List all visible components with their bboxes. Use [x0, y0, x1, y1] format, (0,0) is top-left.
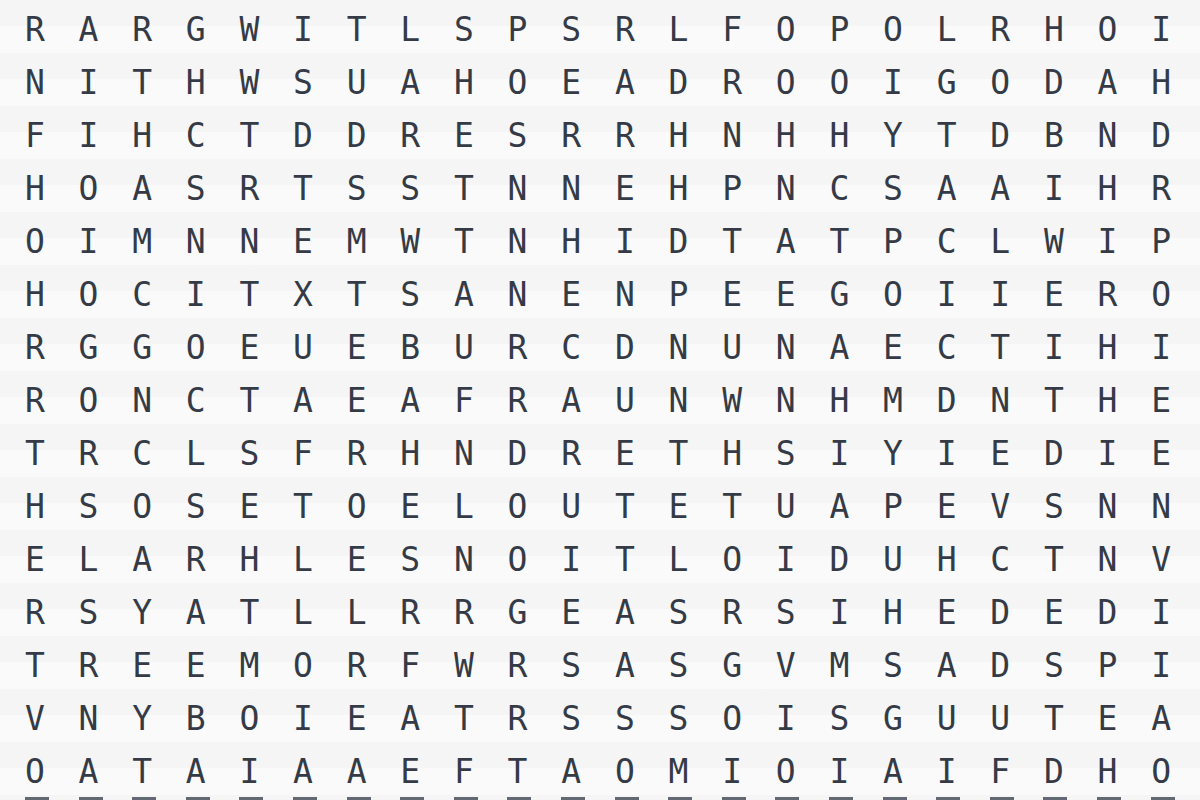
grid-cell[interactable]: H [223, 533, 277, 586]
grid-cell[interactable]: O [8, 215, 62, 268]
grid-cell[interactable]: S [544, 639, 598, 692]
grid-cell[interactable]: D [1081, 586, 1135, 639]
grid-cell[interactable]: R [544, 427, 598, 480]
grid-cell[interactable]: O [223, 692, 277, 745]
grid-cell[interactable]: T [1027, 374, 1081, 427]
grid-cell[interactable]: L [276, 586, 330, 639]
grid-cell[interactable]: O [330, 480, 384, 533]
grid-cell[interactable]: Y [866, 109, 920, 162]
grid-cell[interactable]: L [62, 533, 116, 586]
grid-cell[interactable]: A [973, 162, 1027, 215]
grid-cell[interactable]: C [169, 374, 223, 427]
grid-cell[interactable]: P [866, 480, 920, 533]
grid-cell[interactable]: I [598, 215, 652, 268]
grid-cell[interactable]: H [920, 533, 974, 586]
grid-cell[interactable]: I [1134, 3, 1188, 56]
grid-cell[interactable]: E [115, 639, 169, 692]
grid-cell[interactable]: D [652, 56, 706, 109]
grid-cell[interactable]: S [1027, 639, 1081, 692]
grid-cell[interactable]: R [491, 374, 545, 427]
grid-cell[interactable]: I [920, 427, 974, 480]
grid-cell[interactable]: L [652, 533, 706, 586]
grid-cell[interactable]: E [223, 480, 277, 533]
grid-cell[interactable]: S [813, 692, 867, 745]
grid-cell[interactable]: L [169, 427, 223, 480]
grid-cell[interactable]: E [598, 162, 652, 215]
grid-cell[interactable]: H [1081, 321, 1135, 374]
grid-cell[interactable]: I [1134, 586, 1188, 639]
grid-cell[interactable]: U [437, 321, 491, 374]
grid-cell[interactable]: I [920, 268, 974, 321]
grid-cell[interactable]: C [973, 533, 1027, 586]
grid-cell[interactable]: T [223, 109, 277, 162]
grid-cell[interactable]: N [1081, 480, 1135, 533]
grid-cell[interactable]: E [330, 692, 384, 745]
grid-cell[interactable]: R [8, 3, 62, 56]
grid-cell[interactable]: S [383, 268, 437, 321]
grid-cell[interactable]: N [544, 162, 598, 215]
grid-cell[interactable]: P [705, 162, 759, 215]
grid-cell[interactable]: O [115, 480, 169, 533]
grid-cell[interactable]: H [1134, 56, 1188, 109]
grid-cell[interactable]: R [8, 321, 62, 374]
grid-cell[interactable]: N [1134, 480, 1188, 533]
grid-cell[interactable]: C [920, 215, 974, 268]
grid-cell[interactable]: A [383, 374, 437, 427]
grid-cell[interactable]: I [1027, 321, 1081, 374]
grid-cell[interactable]: F [8, 109, 62, 162]
grid-cell[interactable]: I [1134, 321, 1188, 374]
grid-cell[interactable]: D [920, 374, 974, 427]
grid-cell[interactable]: I [1081, 427, 1135, 480]
grid-cell[interactable]: E [544, 268, 598, 321]
grid-cell[interactable]: Y [866, 427, 920, 480]
grid-cell[interactable]: L [383, 3, 437, 56]
grid-cell[interactable]: G [115, 321, 169, 374]
grid-cell[interactable]: A [759, 215, 813, 268]
grid-cell[interactable]: D [1134, 109, 1188, 162]
grid-cell[interactable]: B [169, 692, 223, 745]
grid-cell[interactable]: O [62, 268, 116, 321]
grid-cell[interactable]: R [1081, 268, 1135, 321]
grid-cell[interactable]: E [1134, 427, 1188, 480]
grid-cell[interactable]: E [383, 480, 437, 533]
grid-cell[interactable]: G [169, 3, 223, 56]
grid-cell[interactable]: R [491, 692, 545, 745]
grid-cell[interactable]: T [920, 109, 974, 162]
grid-cell[interactable]: D [813, 533, 867, 586]
grid-cell[interactable]: O [813, 56, 867, 109]
grid-cell[interactable]: O [1134, 268, 1188, 321]
grid-cell[interactable]: T [705, 215, 759, 268]
grid-cell[interactable]: A [383, 692, 437, 745]
grid-cell[interactable]: H [115, 109, 169, 162]
grid-cell[interactable]: R [705, 56, 759, 109]
grid-cell[interactable]: A [598, 586, 652, 639]
grid-cell[interactable]: C [813, 162, 867, 215]
grid-cell[interactable]: O [598, 745, 652, 798]
grid-cell[interactable]: F [276, 427, 330, 480]
grid-cell[interactable]: S [652, 692, 706, 745]
grid-cell[interactable]: N [759, 374, 813, 427]
grid-cell[interactable]: I [276, 3, 330, 56]
grid-cell[interactable]: E [223, 321, 277, 374]
grid-cell[interactable]: G [491, 586, 545, 639]
grid-cell[interactable]: R [491, 321, 545, 374]
grid-cell[interactable]: S [544, 692, 598, 745]
grid-cell[interactable]: O [759, 56, 813, 109]
grid-cell[interactable]: U [920, 692, 974, 745]
grid-cell[interactable]: I [973, 268, 1027, 321]
grid-cell[interactable]: R [437, 586, 491, 639]
grid-cell[interactable]: O [491, 56, 545, 109]
grid-cell[interactable]: N [705, 109, 759, 162]
grid-cell[interactable]: V [1134, 533, 1188, 586]
grid-cell[interactable]: E [276, 215, 330, 268]
grid-cell[interactable]: N [491, 268, 545, 321]
grid-cell[interactable]: A [437, 268, 491, 321]
grid-cell[interactable]: D [1027, 427, 1081, 480]
grid-cell[interactable]: F [437, 745, 491, 798]
grid-cell[interactable]: V [759, 639, 813, 692]
grid-cell[interactable]: I [1081, 215, 1135, 268]
grid-cell[interactable]: W [437, 639, 491, 692]
grid-cell[interactable]: A [62, 3, 116, 56]
grid-cell[interactable]: H [813, 109, 867, 162]
grid-cell[interactable]: A [813, 321, 867, 374]
grid-cell[interactable]: R [1134, 162, 1188, 215]
grid-cell[interactable]: S [276, 56, 330, 109]
grid-cell[interactable]: T [330, 3, 384, 56]
grid-cell[interactable]: E [1027, 268, 1081, 321]
grid-cell[interactable]: N [62, 692, 116, 745]
grid-cell[interactable]: P [1134, 215, 1188, 268]
grid-cell[interactable]: O [705, 533, 759, 586]
grid-cell[interactable]: S [223, 427, 277, 480]
grid-cell[interactable]: I [813, 745, 867, 798]
grid-cell[interactable]: A [169, 586, 223, 639]
grid-cell[interactable]: P [866, 215, 920, 268]
grid-cell[interactable]: E [544, 586, 598, 639]
grid-cell[interactable]: T [437, 692, 491, 745]
grid-cell[interactable]: T [115, 56, 169, 109]
grid-cell[interactable]: D [598, 321, 652, 374]
grid-cell[interactable]: W [1027, 215, 1081, 268]
grid-cell[interactable]: A [813, 480, 867, 533]
grid-cell[interactable]: E [330, 533, 384, 586]
grid-cell[interactable]: L [330, 586, 384, 639]
grid-cell[interactable]: E [330, 374, 384, 427]
grid-cell[interactable]: R [598, 109, 652, 162]
grid-cell[interactable]: M [813, 639, 867, 692]
grid-cell[interactable]: E [8, 533, 62, 586]
grid-cell[interactable]: H [8, 268, 62, 321]
grid-cell[interactable]: N [1081, 533, 1135, 586]
grid-cell[interactable]: O [276, 639, 330, 692]
grid-cell[interactable]: A [276, 374, 330, 427]
grid-cell[interactable]: H [759, 109, 813, 162]
grid-cell[interactable]: N [8, 56, 62, 109]
grid-cell[interactable]: E [1081, 692, 1135, 745]
grid-cell[interactable]: H [1081, 374, 1135, 427]
grid-cell[interactable]: E [1134, 374, 1188, 427]
grid-cell[interactable]: N [1081, 109, 1135, 162]
grid-cell[interactable]: G [866, 692, 920, 745]
grid-cell[interactable]: S [866, 639, 920, 692]
grid-cell[interactable]: H [1081, 745, 1135, 798]
grid-cell[interactable]: M [652, 745, 706, 798]
grid-cell[interactable]: A [544, 374, 598, 427]
grid-cell[interactable]: F [705, 3, 759, 56]
grid-cell[interactable]: U [705, 321, 759, 374]
grid-cell[interactable]: H [652, 162, 706, 215]
grid-cell[interactable]: N [437, 427, 491, 480]
grid-cell[interactable]: S [169, 480, 223, 533]
grid-cell[interactable]: H [169, 56, 223, 109]
grid-cell[interactable]: H [8, 480, 62, 533]
grid-cell[interactable]: O [973, 56, 1027, 109]
grid-cell[interactable]: T [223, 586, 277, 639]
grid-cell[interactable]: I [1134, 639, 1188, 692]
grid-cell[interactable]: T [1027, 692, 1081, 745]
grid-cell[interactable]: L [437, 480, 491, 533]
grid-cell[interactable]: R [115, 3, 169, 56]
grid-cell[interactable]: M [866, 374, 920, 427]
grid-cell[interactable]: R [62, 427, 116, 480]
grid-cell[interactable]: X [276, 268, 330, 321]
grid-cell[interactable]: G [62, 321, 116, 374]
grid-cell[interactable]: S [866, 162, 920, 215]
grid-cell[interactable]: A [866, 745, 920, 798]
grid-cell[interactable]: T [973, 321, 1027, 374]
grid-cell[interactable]: G [920, 56, 974, 109]
grid-cell[interactable]: A [1081, 56, 1135, 109]
grid-cell[interactable]: L [920, 3, 974, 56]
grid-cell[interactable]: S [652, 639, 706, 692]
grid-cell[interactable]: O [169, 321, 223, 374]
grid-cell[interactable]: T [652, 427, 706, 480]
grid-cell[interactable]: E [920, 586, 974, 639]
grid-cell[interactable]: Y [115, 586, 169, 639]
grid-cell[interactable]: R [544, 109, 598, 162]
grid-cell[interactable]: I [1027, 162, 1081, 215]
grid-cell[interactable]: R [491, 639, 545, 692]
grid-cell[interactable]: D [1027, 56, 1081, 109]
grid-cell[interactable]: O [62, 374, 116, 427]
grid-cell[interactable]: H [652, 109, 706, 162]
grid-cell[interactable]: H [813, 374, 867, 427]
grid-cell[interactable]: A [920, 162, 974, 215]
grid-cell[interactable]: D [652, 215, 706, 268]
grid-cell[interactable]: A [169, 745, 223, 798]
grid-cell[interactable]: O [1134, 745, 1188, 798]
grid-cell[interactable]: T [813, 215, 867, 268]
grid-cell[interactable]: O [62, 162, 116, 215]
grid-cell[interactable]: W [223, 3, 277, 56]
grid-cell[interactable]: R [62, 639, 116, 692]
grid-cell[interactable]: D [491, 427, 545, 480]
grid-cell[interactable]: F [383, 639, 437, 692]
grid-cell[interactable]: T [223, 268, 277, 321]
grid-cell[interactable]: R [383, 586, 437, 639]
grid-cell[interactable]: H [383, 427, 437, 480]
grid-cell[interactable]: V [973, 480, 1027, 533]
grid-cell[interactable]: F [973, 745, 1027, 798]
grid-cell[interactable]: I [62, 109, 116, 162]
grid-cell[interactable]: B [383, 321, 437, 374]
grid-cell[interactable]: E [920, 480, 974, 533]
grid-cell[interactable]: T [705, 480, 759, 533]
grid-cell[interactable]: E [652, 480, 706, 533]
grid-cell[interactable]: S [652, 586, 706, 639]
grid-cell[interactable]: R [169, 533, 223, 586]
grid-cell[interactable]: E [330, 321, 384, 374]
grid-cell[interactable]: S [62, 480, 116, 533]
grid-cell[interactable]: T [8, 639, 62, 692]
grid-cell[interactable]: L [652, 3, 706, 56]
grid-cell[interactable]: R [973, 3, 1027, 56]
grid-cell[interactable]: L [276, 533, 330, 586]
grid-cell[interactable]: A [1134, 692, 1188, 745]
grid-cell[interactable]: M [330, 215, 384, 268]
grid-cell[interactable]: O [491, 533, 545, 586]
grid-cell[interactable]: A [62, 745, 116, 798]
grid-cell[interactable]: O [1081, 3, 1135, 56]
grid-cell[interactable]: H [1081, 162, 1135, 215]
grid-cell[interactable]: S [759, 427, 813, 480]
grid-cell[interactable]: C [115, 427, 169, 480]
grid-cell[interactable]: T [330, 268, 384, 321]
grid-cell[interactable]: P [652, 268, 706, 321]
grid-cell[interactable]: T [437, 215, 491, 268]
grid-cell[interactable]: A [544, 745, 598, 798]
grid-cell[interactable]: I [920, 745, 974, 798]
grid-cell[interactable]: I [866, 56, 920, 109]
grid-cell[interactable]: W [705, 374, 759, 427]
grid-cell[interactable]: O [866, 268, 920, 321]
grid-cell[interactable]: R [383, 109, 437, 162]
grid-cell[interactable]: S [383, 162, 437, 215]
grid-cell[interactable]: T [1027, 533, 1081, 586]
grid-cell[interactable]: G [705, 639, 759, 692]
grid-cell[interactable]: U [276, 321, 330, 374]
grid-cell[interactable]: V [8, 692, 62, 745]
grid-cell[interactable]: T [223, 374, 277, 427]
grid-cell[interactable]: E [1027, 586, 1081, 639]
grid-cell[interactable]: R [598, 3, 652, 56]
grid-cell[interactable]: R [8, 374, 62, 427]
grid-cell[interactable]: O [8, 745, 62, 798]
grid-cell[interactable]: S [62, 586, 116, 639]
grid-cell[interactable]: H [866, 586, 920, 639]
grid-cell[interactable]: G [813, 268, 867, 321]
grid-cell[interactable]: W [383, 215, 437, 268]
grid-cell[interactable]: B [1027, 109, 1081, 162]
grid-cell[interactable]: P [813, 3, 867, 56]
grid-cell[interactable]: D [973, 109, 1027, 162]
grid-cell[interactable]: N [759, 321, 813, 374]
grid-cell[interactable]: C [169, 109, 223, 162]
grid-cell[interactable]: E [866, 321, 920, 374]
grid-cell[interactable]: M [115, 215, 169, 268]
grid-cell[interactable]: A [383, 56, 437, 109]
grid-cell[interactable]: A [115, 162, 169, 215]
grid-cell[interactable]: H [8, 162, 62, 215]
grid-cell[interactable]: Y [115, 692, 169, 745]
grid-cell[interactable]: S [383, 533, 437, 586]
grid-cell[interactable]: A [598, 639, 652, 692]
grid-cell[interactable]: N [491, 215, 545, 268]
grid-cell[interactable]: N [169, 215, 223, 268]
grid-cell[interactable]: T [276, 162, 330, 215]
grid-cell[interactable]: I [223, 745, 277, 798]
grid-cell[interactable]: U [544, 480, 598, 533]
grid-cell[interactable]: T [598, 533, 652, 586]
grid-cell[interactable]: T [8, 427, 62, 480]
grid-cell[interactable]: I [544, 533, 598, 586]
grid-cell[interactable]: R [330, 639, 384, 692]
grid-cell[interactable]: N [652, 374, 706, 427]
grid-cell[interactable]: E [169, 639, 223, 692]
grid-cell[interactable]: F [437, 374, 491, 427]
grid-cell[interactable]: A [920, 639, 974, 692]
grid-cell[interactable]: N [491, 162, 545, 215]
grid-cell[interactable]: T [437, 162, 491, 215]
grid-cell[interactable]: S [1027, 480, 1081, 533]
grid-cell[interactable]: P [1081, 639, 1135, 692]
grid-cell[interactable]: E [598, 427, 652, 480]
grid-cell[interactable]: D [973, 586, 1027, 639]
grid-cell[interactable]: T [276, 480, 330, 533]
grid-cell[interactable]: D [1027, 745, 1081, 798]
grid-cell[interactable]: A [115, 533, 169, 586]
grid-cell[interactable]: T [491, 745, 545, 798]
grid-cell[interactable]: N [652, 321, 706, 374]
grid-cell[interactable]: I [62, 56, 116, 109]
grid-cell[interactable]: H [705, 427, 759, 480]
grid-cell[interactable]: U [598, 374, 652, 427]
grid-cell[interactable]: R [223, 162, 277, 215]
grid-cell[interactable]: O [759, 745, 813, 798]
grid-cell[interactable]: H [544, 215, 598, 268]
grid-cell[interactable]: N [759, 162, 813, 215]
grid-cell[interactable]: C [115, 268, 169, 321]
grid-cell[interactable]: U [973, 692, 1027, 745]
grid-cell[interactable]: S [544, 3, 598, 56]
grid-cell[interactable]: I [62, 215, 116, 268]
grid-cell[interactable]: N [973, 374, 1027, 427]
grid-cell[interactable]: W [223, 56, 277, 109]
grid-cell[interactable]: E [973, 427, 1027, 480]
grid-cell[interactable]: R [330, 427, 384, 480]
grid-cell[interactable]: I [759, 692, 813, 745]
grid-cell[interactable]: S [437, 3, 491, 56]
grid-cell[interactable]: T [598, 480, 652, 533]
grid-cell[interactable]: N [115, 374, 169, 427]
grid-cell[interactable]: H [1027, 3, 1081, 56]
grid-cell[interactable]: D [330, 109, 384, 162]
grid-cell[interactable]: M [223, 639, 277, 692]
grid-cell[interactable]: S [169, 162, 223, 215]
grid-cell[interactable]: E [544, 56, 598, 109]
grid-cell[interactable]: C [920, 321, 974, 374]
grid-cell[interactable]: S [598, 692, 652, 745]
grid-cell[interactable]: N [437, 533, 491, 586]
grid-cell[interactable]: P [491, 3, 545, 56]
grid-cell[interactable]: O [705, 692, 759, 745]
grid-cell[interactable]: S [330, 162, 384, 215]
grid-cell[interactable]: U [759, 480, 813, 533]
